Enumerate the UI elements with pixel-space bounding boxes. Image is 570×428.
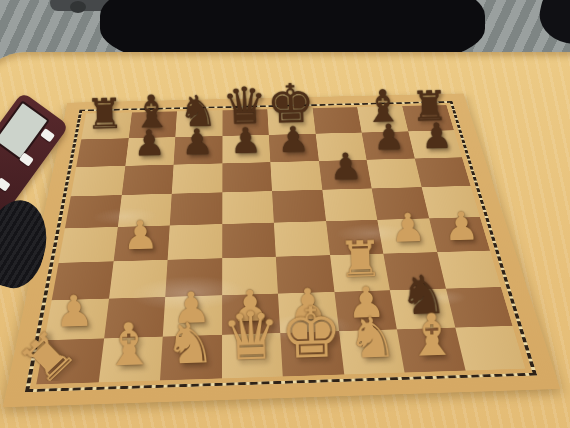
- square-b5: [117, 194, 171, 227]
- square-c8: [175, 110, 222, 137]
- square-b7: [125, 137, 175, 166]
- square-c1: [160, 335, 222, 381]
- square-f3: [330, 254, 390, 292]
- square-h4: [429, 217, 490, 252]
- square-d1: [221, 333, 282, 378]
- square-d8: [222, 109, 269, 136]
- square-c7: [174, 136, 223, 165]
- square-a3: [52, 261, 113, 300]
- chess-board: ♜♝♞♛♚♝♜♟♟♟♟♟♟♟♟♟♟♜♟♟♟♟♟♞♜♝♞♛♚♞♝: [3, 93, 561, 407]
- square-d2: [222, 293, 281, 335]
- square-f7: [315, 132, 366, 160]
- square-g6: [367, 158, 422, 188]
- clock-button: [40, 128, 55, 142]
- chess-photo-scene: ♜♝♞♛♚♝♜♟♟♟♟♟♟♟♟♟♟♜♟♟♟♟♟♞♜♝♞♛♚♞♝: [0, 0, 570, 428]
- square-g2: [390, 288, 455, 329]
- square-e8: [267, 108, 315, 135]
- square-d4: [222, 223, 276, 258]
- square-e3: [276, 255, 334, 293]
- square-g3: [383, 252, 445, 290]
- square-c6: [172, 163, 222, 194]
- square-e5: [272, 190, 326, 223]
- square-f5: [322, 189, 377, 222]
- square-f6: [318, 160, 371, 190]
- square-h6: [414, 157, 470, 187]
- square-c4: [168, 224, 222, 260]
- square-d7: [222, 135, 270, 163]
- square-d6: [222, 162, 272, 193]
- square-h8: [402, 105, 454, 131]
- board-grid: [36, 105, 525, 385]
- square-a8: [81, 113, 131, 140]
- square-c3: [165, 258, 222, 297]
- clock-button: [19, 152, 34, 166]
- square-b2: [104, 297, 166, 339]
- square-h3: [437, 250, 501, 288]
- square-e6: [270, 161, 322, 191]
- square-b8: [128, 111, 177, 138]
- square-b6: [121, 164, 173, 195]
- square-a6: [71, 166, 125, 197]
- square-g5: [372, 187, 429, 220]
- square-b4: [113, 225, 170, 261]
- square-c2: [163, 295, 222, 337]
- square-f1: [339, 330, 405, 375]
- clock-button: [0, 177, 11, 191]
- chair-wheel: [70, 1, 86, 13]
- square-a4: [59, 227, 118, 263]
- square-e1: [280, 331, 344, 376]
- square-f8: [312, 107, 361, 133]
- square-d3: [222, 257, 278, 295]
- square-g7: [362, 131, 415, 159]
- square-b3: [109, 260, 168, 299]
- square-e7: [269, 134, 319, 162]
- square-a5: [65, 195, 121, 228]
- square-h7: [408, 130, 462, 158]
- square-a2: [44, 298, 108, 340]
- square-g8: [357, 106, 408, 132]
- square-a1: [36, 339, 103, 385]
- square-f4: [326, 220, 384, 255]
- square-f2: [334, 290, 397, 331]
- square-g1: [397, 328, 465, 373]
- square-g4: [377, 218, 436, 253]
- square-e2: [278, 292, 339, 334]
- square-h5: [421, 186, 480, 218]
- square-e4: [274, 221, 330, 256]
- square-h1: [455, 326, 526, 371]
- square-b1: [98, 337, 163, 383]
- square-h2: [445, 287, 512, 328]
- square-c5: [170, 193, 222, 226]
- square-a7: [76, 138, 128, 167]
- square-d5: [222, 191, 274, 224]
